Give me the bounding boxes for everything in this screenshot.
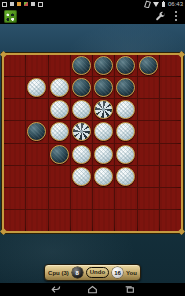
undo-button[interactable]: Undo	[86, 267, 109, 278]
board-cell-a1[interactable]	[4, 55, 25, 76]
notification-icon	[38, 2, 43, 7]
board-cell-g3[interactable]	[138, 99, 159, 120]
board-cell-a8[interactable]	[4, 210, 25, 231]
board-cell-b1[interactable]	[26, 55, 47, 76]
board-cell-d1[interactable]	[71, 55, 92, 76]
white-piece	[116, 167, 135, 186]
board-cell-d5[interactable]	[71, 144, 92, 165]
board-cell-e8[interactable]	[93, 210, 114, 231]
notification-icon	[24, 2, 28, 6]
home-icon[interactable]	[87, 285, 98, 294]
board-cell-b3[interactable]	[26, 99, 47, 120]
board-cell-f2[interactable]	[115, 77, 136, 98]
board-cell-d3[interactable]	[71, 99, 92, 120]
board-cell-d4[interactable]	[71, 121, 92, 142]
board-cell-h1[interactable]	[160, 55, 181, 76]
board-cell-h4[interactable]	[160, 121, 181, 142]
board-cell-g5[interactable]	[138, 144, 159, 165]
board-cell-c7[interactable]	[49, 188, 70, 209]
notification-icon	[10, 2, 14, 6]
board-cell-e6[interactable]	[93, 166, 114, 187]
black-piece	[94, 78, 113, 97]
black-piece	[72, 78, 91, 97]
board-cell-b4[interactable]	[26, 121, 47, 142]
navigation-bar	[0, 283, 185, 296]
black-piece	[94, 56, 113, 75]
black-score-badge: 8	[72, 267, 83, 278]
board-cell-e1[interactable]	[93, 55, 114, 76]
notification-icon	[2, 2, 7, 7]
board-cell-e2[interactable]	[93, 77, 114, 98]
cpu-label: Cpu (3)	[48, 270, 69, 276]
board-cell-c4[interactable]	[49, 121, 70, 142]
board-cell-d2[interactable]	[71, 77, 92, 98]
reversi-app-icon	[4, 10, 17, 23]
board-cell-f3[interactable]	[115, 99, 136, 120]
board-cell-c3[interactable]	[49, 99, 70, 120]
board-cell-f7[interactable]	[115, 188, 136, 209]
white-piece	[27, 78, 46, 97]
clock-text: 06:43	[168, 0, 183, 8]
notification-icon	[17, 2, 21, 6]
board-cell-b7[interactable]	[26, 188, 47, 209]
board-cell-g1[interactable]	[138, 55, 159, 76]
board-cell-h3[interactable]	[160, 99, 181, 120]
board-corner-ornament	[178, 228, 185, 235]
board-cell-c1[interactable]	[49, 55, 70, 76]
board-cell-a2[interactable]	[4, 77, 25, 98]
board-cell-d6[interactable]	[71, 166, 92, 187]
board-cell-b2[interactable]	[26, 77, 47, 98]
board-cell-d8[interactable]	[71, 210, 92, 231]
white-piece	[116, 100, 135, 119]
board-cell-g4[interactable]	[138, 121, 159, 142]
board-cell-b8[interactable]	[26, 210, 47, 231]
board-cell-f8[interactable]	[115, 210, 136, 231]
black-piece	[139, 56, 158, 75]
board-cell-f4[interactable]	[115, 121, 136, 142]
board-cell-g2[interactable]	[138, 77, 159, 98]
flipping-piece	[94, 100, 113, 119]
board-cell-d7[interactable]	[71, 188, 92, 209]
board-cell-f5[interactable]	[115, 144, 136, 165]
notification-icon	[31, 2, 35, 6]
board-cell-h2[interactable]	[160, 77, 181, 98]
black-piece	[116, 56, 135, 75]
score-bar: Cpu (3) 8 Undo 16 You	[44, 264, 141, 281]
board-cell-e7[interactable]	[93, 188, 114, 209]
action-bar	[0, 8, 185, 24]
board-cell-e5[interactable]	[93, 144, 114, 165]
board-cell-h5[interactable]	[160, 144, 181, 165]
board-cell-c5[interactable]	[49, 144, 70, 165]
board-cell-e3[interactable]	[93, 99, 114, 120]
white-piece	[94, 145, 113, 164]
overflow-menu-icon[interactable]	[175, 15, 177, 17]
white-piece	[50, 78, 69, 97]
board-cell-h6[interactable]	[160, 166, 181, 187]
board-cell-a6[interactable]	[4, 166, 25, 187]
black-piece	[50, 145, 69, 164]
board-cell-a7[interactable]	[4, 188, 25, 209]
back-icon[interactable]	[50, 285, 61, 294]
white-score-badge: 16	[112, 267, 123, 278]
board-cell-g7[interactable]	[138, 188, 159, 209]
white-piece	[72, 167, 91, 186]
board-cell-f1[interactable]	[115, 55, 136, 76]
white-piece	[116, 122, 135, 141]
wifi-icon	[153, 2, 159, 7]
board-cell-c2[interactable]	[49, 77, 70, 98]
white-piece	[50, 122, 69, 141]
board-cell-g6[interactable]	[138, 166, 159, 187]
board-cell-a3[interactable]	[4, 99, 25, 120]
white-piece	[72, 100, 91, 119]
phone-screen: 06:43 Cpu (3) 8 Undo 16 You	[0, 0, 185, 296]
white-piece	[94, 122, 113, 141]
board-cell-c8[interactable]	[49, 210, 70, 231]
recents-icon[interactable]	[124, 285, 135, 294]
flipping-piece	[72, 122, 91, 141]
board-cell-g8[interactable]	[138, 210, 159, 231]
board-cell-b6[interactable]	[26, 166, 47, 187]
status-bar: 06:43	[0, 0, 185, 8]
board	[2, 53, 183, 233]
black-piece	[72, 56, 91, 75]
white-piece	[72, 145, 91, 164]
board-cell-h8[interactable]	[160, 210, 181, 231]
game-background	[0, 24, 185, 283]
board-cell-a5[interactable]	[4, 144, 25, 165]
white-piece	[116, 145, 135, 164]
board-cell-b5[interactable]	[26, 144, 47, 165]
battery-icon	[162, 2, 165, 7]
board-cell-a4[interactable]	[4, 121, 25, 142]
board-cell-e4[interactable]	[93, 121, 114, 142]
wrench-icon[interactable]	[155, 11, 166, 22]
board-cell-h7[interactable]	[160, 188, 181, 209]
white-piece	[94, 167, 113, 186]
white-piece	[50, 100, 69, 119]
board-cell-f6[interactable]	[115, 166, 136, 187]
you-label: You	[126, 270, 137, 276]
vibrate-icon	[144, 0, 151, 8]
board-cell-c6[interactable]	[49, 166, 70, 187]
black-piece	[27, 122, 46, 141]
black-piece	[116, 78, 135, 97]
